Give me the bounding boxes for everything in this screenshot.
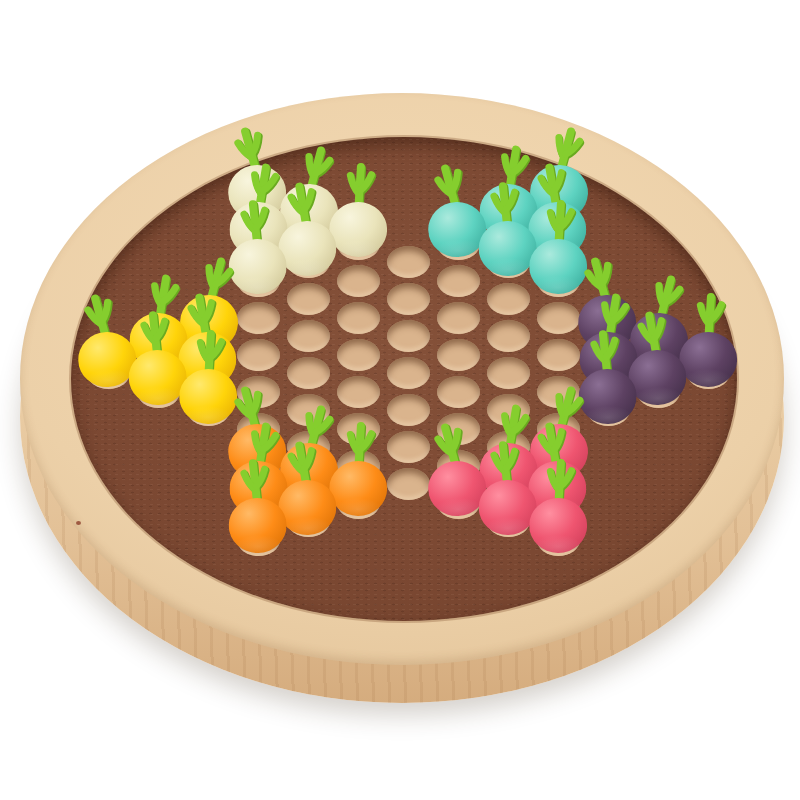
piece-ball [679, 331, 737, 387]
piece-orange[interactable] [226, 454, 288, 553]
piece-ball [329, 461, 387, 517]
piece-ball [329, 202, 387, 258]
piece-ball [529, 498, 587, 554]
piece-pink[interactable] [528, 455, 589, 554]
pieces-layer [0, 0, 800, 800]
chinese-checkers-board-photo [0, 0, 800, 800]
piece-ball [228, 498, 287, 554]
